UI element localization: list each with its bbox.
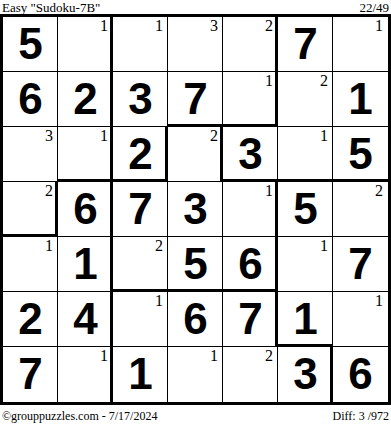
pencil-mark: 2 <box>320 73 328 89</box>
pencil-mark: 1 <box>100 348 108 364</box>
pencil-mark: 1 <box>45 238 53 254</box>
pencil-mark: 1 <box>100 128 108 144</box>
cell-r2c7[interactable]: 1 <box>333 72 388 127</box>
cell-r7c7[interactable]: 6 <box>333 347 388 402</box>
cell-r6c2[interactable]: 4 <box>58 292 113 347</box>
cell-r7c5[interactable]: 2 <box>223 347 278 402</box>
cell-r7c6[interactable]: 3 <box>278 347 333 402</box>
pencil-mark: 2 <box>45 183 53 199</box>
cell-value: 1 <box>113 347 168 402</box>
cell-r6c7[interactable]: 1 <box>333 292 388 347</box>
pencil-mark: 2 <box>210 128 218 144</box>
cell-r5c4[interactable]: 5 <box>168 237 223 292</box>
cell-value: 5 <box>278 182 333 237</box>
cell-value: 4 <box>58 292 113 347</box>
cell-value: 1 <box>58 237 113 292</box>
cell-value: 3 <box>278 347 333 402</box>
cell-value: 1 <box>278 292 333 347</box>
pencil-mark: 1 <box>320 128 328 144</box>
cell-value: 6 <box>223 237 278 292</box>
cell-value: 7 <box>113 182 168 237</box>
cell-value: 2 <box>113 127 168 182</box>
sudoku-board: 5113271623712131223152673152112561724167… <box>0 14 391 405</box>
pencil-mark: 1 <box>155 293 163 309</box>
cell-r1c3[interactable]: 1 <box>113 17 168 72</box>
cell-value: 5 <box>3 17 58 72</box>
cell-value: 5 <box>333 127 388 182</box>
cell-r7c1[interactable]: 7 <box>3 347 58 402</box>
pencil-mark: 1 <box>320 238 328 254</box>
cell-r4c2[interactable]: 6 <box>58 182 113 237</box>
cell-r7c2[interactable]: 1 <box>58 347 113 402</box>
cell-r5c1[interactable]: 1 <box>3 237 58 292</box>
pencil-mark: 2 <box>375 183 383 199</box>
cell-r1c4[interactable]: 3 <box>168 17 223 72</box>
cell-r4c4[interactable]: 3 <box>168 182 223 237</box>
pencil-mark: 2 <box>265 348 273 364</box>
puzzle-title: Easy "Sudoku-7B" <box>2 1 100 14</box>
cell-r6c3[interactable]: 1 <box>113 292 168 347</box>
cell-value: 6 <box>333 347 388 402</box>
cell-r3c2[interactable]: 1 <box>58 127 113 182</box>
cell-r1c7[interactable]: 1 <box>333 17 388 72</box>
pencil-mark: 3 <box>45 128 53 144</box>
pencil-mark: 1 <box>100 18 108 34</box>
cell-r1c5[interactable]: 2 <box>223 17 278 72</box>
cell-r6c5[interactable]: 7 <box>223 292 278 347</box>
pencil-mark: 1 <box>265 73 273 89</box>
cell-r3c5[interactable]: 3 <box>223 127 278 182</box>
footer: ©grouppuzzles.com - 7/17/2024 Diff: 3 /9… <box>0 405 391 426</box>
cell-value: 3 <box>223 127 278 182</box>
cell-value: 2 <box>3 292 58 347</box>
cell-value: 7 <box>278 17 333 72</box>
cell-r4c3[interactable]: 7 <box>113 182 168 237</box>
cell-value: 7 <box>3 347 58 402</box>
cell-value: 6 <box>58 182 113 237</box>
cell-r2c4[interactable]: 7 <box>168 72 223 127</box>
puzzle-page: Easy "Sudoku-7B" 22/49 51132716237121312… <box>0 0 391 426</box>
cell-value: 1 <box>333 72 388 127</box>
cell-value: 6 <box>168 292 223 347</box>
cell-r5c2[interactable]: 1 <box>58 237 113 292</box>
cell-r1c2[interactable]: 1 <box>58 17 113 72</box>
pencil-mark: 1 <box>375 293 383 309</box>
pencil-mark: 3 <box>210 18 218 34</box>
cell-r6c4[interactable]: 6 <box>168 292 223 347</box>
difficulty-label: Diff: 3 /972 <box>333 410 389 423</box>
cell-value: 6 <box>3 72 58 127</box>
cell-r7c4[interactable]: 1 <box>168 347 223 402</box>
cell-r5c6[interactable]: 1 <box>278 237 333 292</box>
remaining-counter: 22/49 <box>359 1 389 14</box>
cell-r6c6[interactable]: 1 <box>278 292 333 347</box>
cell-r1c1[interactable]: 5 <box>3 17 58 72</box>
cell-r5c3[interactable]: 2 <box>113 237 168 292</box>
cell-value: 7 <box>333 237 388 292</box>
cell-value: 7 <box>223 292 278 347</box>
pencil-mark: 1 <box>375 18 383 34</box>
cell-r4c7[interactable]: 2 <box>333 182 388 237</box>
copyright-date: ©grouppuzzles.com - 7/17/2024 <box>2 410 157 423</box>
pencil-mark: 1 <box>210 348 218 364</box>
pencil-mark: 1 <box>155 18 163 34</box>
cell-value: 7 <box>168 72 223 127</box>
cell-r5c5[interactable]: 6 <box>223 237 278 292</box>
cell-r3c4[interactable]: 2 <box>168 127 223 182</box>
pencil-mark: 2 <box>265 18 273 34</box>
cell-r3c7[interactable]: 5 <box>333 127 388 182</box>
cell-r6c1[interactable]: 2 <box>3 292 58 347</box>
cell-r2c6[interactable]: 2 <box>278 72 333 127</box>
cell-r3c6[interactable]: 1 <box>278 127 333 182</box>
cell-value: 3 <box>168 182 223 237</box>
cell-r2c3[interactable]: 3 <box>113 72 168 127</box>
cell-r3c3[interactable]: 2 <box>113 127 168 182</box>
cell-r4c1[interactable]: 2 <box>3 182 58 237</box>
header: Easy "Sudoku-7B" 22/49 <box>0 0 391 14</box>
cell-r7c3[interactable]: 1 <box>113 347 168 402</box>
cell-r3c1[interactable]: 3 <box>3 127 58 182</box>
cell-r2c1[interactable]: 6 <box>3 72 58 127</box>
cell-value: 5 <box>168 237 223 292</box>
pencil-mark: 1 <box>265 183 273 199</box>
cell-r5c7[interactable]: 7 <box>333 237 388 292</box>
cell-r1c6[interactable]: 7 <box>278 17 333 72</box>
cell-r4c6[interactable]: 5 <box>278 182 333 237</box>
cell-r2c5[interactable]: 1 <box>223 72 278 127</box>
cell-value: 2 <box>58 72 113 127</box>
cell-value: 3 <box>113 72 168 127</box>
cell-r2c2[interactable]: 2 <box>58 72 113 127</box>
pencil-mark: 2 <box>155 238 163 254</box>
cell-r4c5[interactable]: 1 <box>223 182 278 237</box>
